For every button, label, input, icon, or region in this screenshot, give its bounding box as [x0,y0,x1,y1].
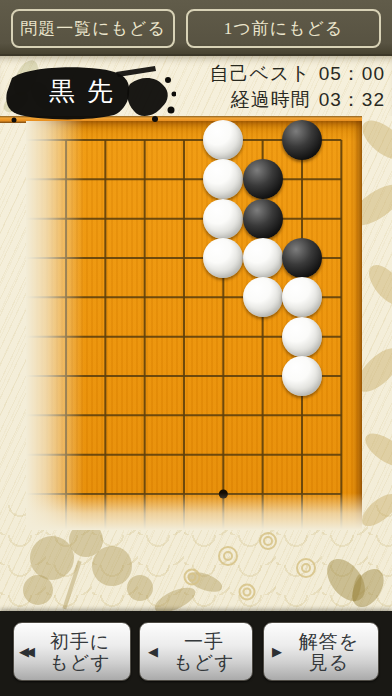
button-label-line: 初手に [50,631,110,652]
button-label-line: もどす [49,652,110,673]
best-time-value: 05：00 [319,61,385,87]
rewind-icon: ◀◀ [14,644,40,660]
show-answer-button[interactable]: ▶ 解答を 見る [263,622,379,681]
elapsed-time-value: 03：32 [319,87,385,113]
elapsed-time-row: 経過時間03：32 [209,87,385,113]
best-time-row: 自己ベスト05：00 [209,61,385,87]
button-label-line: 一手 [184,631,224,652]
timers: 自己ベスト05：00 経過時間03：32 [209,61,385,113]
button-label-line: 解答を [299,631,359,652]
elapsed-time-label: 経過時間 [231,89,311,110]
forward-triangle-icon: ▶ [264,644,290,660]
go-stone-black [282,120,322,160]
undo-one-move-button[interactable]: ◀ 一手 もどす [139,622,253,681]
button-label-line: もどす [173,652,234,673]
go-stone-black [243,199,283,239]
go-stone-white [243,277,283,317]
header: 黒先 自己ベスト05：00 経過時間03：32 [0,56,392,116]
go-board[interactable] [26,121,362,530]
go-stone-white [282,317,322,357]
go-stone-black [282,238,322,278]
app-screen: 問題一覧にもどる 1つ前にもどる 黒先 自己ベスト05：00 経過時間03：32 [0,0,392,696]
turn-to-move-label: 黒先 [26,78,136,106]
top-bar: 問題一覧にもどる 1つ前にもどる [0,0,392,56]
bottom-toolbar: ◀◀ 初手に もどす ◀ 一手 もどす ▶ 解答を 見る [0,611,392,696]
back-to-first-move-button[interactable]: ◀◀ 初手に もどす [13,622,131,681]
go-stone-white [203,199,243,239]
go-stone-white [243,238,283,278]
go-stone-black [243,159,283,199]
best-time-label: 自己ベスト [209,63,310,84]
go-stone-white [282,356,322,396]
back-to-previous-button[interactable]: 1つ前にもどる [186,9,381,48]
back-triangle-icon: ◀ [140,644,166,660]
back-to-problem-list-button[interactable]: 問題一覧にもどる [11,9,175,48]
button-label-line: 見る [309,652,349,673]
